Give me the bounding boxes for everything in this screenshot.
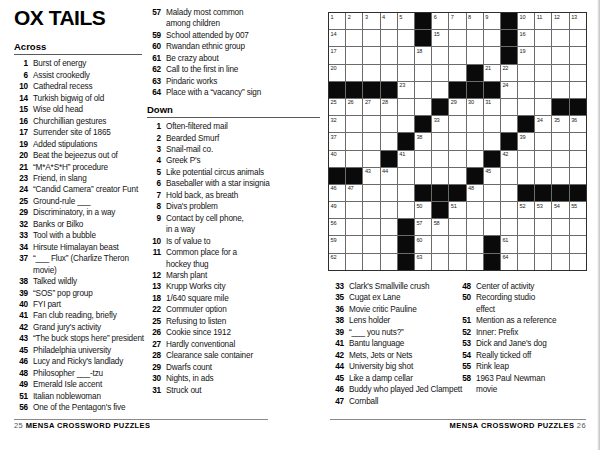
grid-cell[interactable] (501, 185, 517, 201)
grid-cell[interactable] (484, 116, 500, 132)
grid-cell[interactable] (415, 99, 431, 115)
grid-cell[interactable] (381, 116, 397, 132)
grid-cell[interactable]: 47 (346, 185, 362, 201)
grid-cell[interactable] (535, 65, 551, 81)
clue-number: 51 (14, 391, 28, 402)
clue-number: 50 (457, 292, 471, 315)
grid-cell[interactable] (501, 168, 517, 184)
grid-cell[interactable]: 52 (518, 202, 534, 218)
grid-cell[interactable]: 45 (484, 168, 500, 184)
grid-cell[interactable]: 29 (449, 99, 465, 115)
clue-item: 10Is of value to (147, 236, 320, 247)
cell-number: 50 (416, 203, 422, 209)
grid-cell[interactable] (552, 168, 568, 184)
clue-number: 43 (14, 333, 28, 344)
grid-cell[interactable]: 10 (518, 13, 534, 29)
grid-cell[interactable] (484, 30, 500, 46)
grid-cell[interactable]: 56 (329, 219, 345, 235)
clue-text: Inner: Prefix (476, 327, 518, 338)
block-cell (484, 82, 500, 98)
clue-item: 32Banks or Bilko (14, 219, 142, 230)
clue-text: Cookie since 1912 (166, 327, 231, 338)
block-cell (535, 185, 551, 201)
grid-cell[interactable]: 16 (518, 30, 534, 46)
grid-cell[interactable] (467, 254, 483, 270)
clue-number: 60 (147, 41, 161, 52)
grid-cell[interactable] (467, 151, 483, 167)
grid-cell[interactable] (381, 185, 397, 201)
grid-cell[interactable] (346, 133, 362, 149)
grid-cell[interactable] (518, 254, 534, 270)
grid-cell[interactable]: 31 (484, 99, 500, 115)
grid-cell[interactable] (570, 254, 586, 270)
clue-text: 1/640 square mile (166, 293, 229, 304)
grid-cell[interactable] (449, 151, 465, 167)
cell-number: 24 (502, 82, 508, 88)
grid-cell[interactable] (552, 65, 568, 81)
clue-item: 53Dick and Jane's dog (457, 338, 597, 349)
grid-cell[interactable]: 39 (518, 133, 534, 149)
clue-number: 41 (330, 338, 344, 349)
grid-cell[interactable] (398, 185, 414, 201)
grid-cell[interactable] (381, 47, 397, 63)
cell-number: 36 (571, 117, 577, 123)
cell-number: 38 (416, 134, 422, 140)
cell-number: 55 (571, 203, 577, 209)
cell-number: 39 (520, 134, 526, 140)
grid-cell[interactable] (570, 236, 586, 252)
grid-cell[interactable]: 43 (363, 168, 379, 184)
clue-text: “The buck stops here” president (33, 333, 144, 344)
cell-number: 42 (502, 151, 508, 157)
grid-cell[interactable] (484, 133, 500, 149)
grid-cell[interactable] (518, 168, 534, 184)
grid-cell[interactable] (552, 133, 568, 149)
grid-cell[interactable] (432, 47, 448, 63)
clue-item: 23Friend, in slang (14, 173, 142, 184)
grid-cell[interactable] (467, 133, 483, 149)
grid-cell[interactable]: 55 (570, 202, 586, 218)
grid-cell[interactable] (415, 82, 431, 98)
cell-number: 44 (382, 168, 388, 174)
clue-number: 3 (147, 144, 161, 155)
grid-cell[interactable] (346, 65, 362, 81)
grid-cell[interactable] (552, 254, 568, 270)
grid-cell[interactable] (346, 219, 362, 235)
middle-column: 57Malady most common among children59Sch… (147, 7, 320, 396)
grid-cell[interactable]: 15 (432, 30, 448, 46)
clue-number: 15 (14, 104, 28, 115)
cell-number: 32 (331, 117, 337, 123)
clue-item: 45Like a damp cellar (330, 373, 460, 384)
grid-cell[interactable] (518, 65, 534, 81)
cell-number: 48 (468, 185, 474, 191)
grid-cell[interactable]: 63 (415, 254, 431, 270)
grid-cell[interactable]: 9 (484, 13, 500, 29)
grid-cell[interactable]: 58 (432, 219, 448, 235)
grid-cell[interactable] (467, 30, 483, 46)
grid-cell[interactable] (381, 219, 397, 235)
grid-cell[interactable] (467, 47, 483, 63)
grid-cell[interactable] (535, 99, 551, 115)
clue-item: 60Rwandan ethnic group (147, 41, 320, 52)
grid-cell[interactable] (484, 47, 500, 63)
grid-cell[interactable] (570, 219, 586, 235)
grid-cell[interactable] (552, 236, 568, 252)
clue-number: 45 (14, 345, 28, 356)
clue-number: 40 (14, 299, 28, 310)
clue-number: 20 (14, 150, 28, 161)
clue-text: Emerald Isle accent (33, 379, 102, 390)
clue-text: Marsh plant (166, 270, 207, 281)
footer-book-title-right: MENSA CROSSWORD PUZZLES (450, 421, 575, 430)
grid-cell[interactable] (484, 185, 500, 201)
cell-number: 14 (331, 31, 337, 37)
grid-cell[interactable] (432, 168, 448, 184)
footer-rule-right (330, 419, 586, 420)
grid-cell[interactable] (535, 133, 551, 149)
block-cell (346, 82, 362, 98)
grid-cell[interactable]: 40 (329, 151, 345, 167)
grid-cell[interactable] (398, 116, 414, 132)
block-cell (501, 133, 517, 149)
grid-cell[interactable]: 33 (432, 116, 448, 132)
grid-cell[interactable] (449, 133, 465, 149)
grid-cell[interactable] (363, 65, 379, 81)
clue-text: Philosopher ___-tzu (33, 368, 103, 379)
cell-number: 58 (434, 220, 440, 226)
grid-cell[interactable]: 54 (552, 202, 568, 218)
grid-cell[interactable]: 4 (381, 13, 397, 29)
grid-cell[interactable]: 20 (329, 65, 345, 81)
clue-item: 39“___ you nuts?” (330, 327, 460, 338)
clue-text: Movie critic Pauline (349, 304, 417, 315)
grid-cell[interactable] (535, 30, 551, 46)
grid-cell[interactable]: 14 (329, 30, 345, 46)
clue-text: Greek P's (166, 155, 200, 166)
grid-cell[interactable] (535, 236, 551, 252)
clue-text: Struck out (166, 385, 201, 396)
down-clue-list-2: 33Clark's Smallville crush35Cugat ex Lan… (330, 281, 460, 407)
clue-text: Rwandan ethnic group (166, 41, 245, 52)
cell-number: 5 (399, 14, 402, 20)
grid-cell[interactable]: 32 (329, 116, 345, 132)
block-cell (552, 99, 568, 115)
grid-cell[interactable] (415, 65, 431, 81)
grid-cell[interactable] (398, 168, 414, 184)
grid-cell[interactable] (518, 236, 534, 252)
cell-number: 52 (520, 203, 526, 209)
clue-text: University big shot (349, 361, 413, 372)
grid-cell[interactable]: 59 (329, 236, 345, 252)
clue-item: 39“SOS” pop group (14, 288, 142, 299)
grid-cell[interactable] (363, 185, 379, 201)
grid-cell[interactable] (552, 151, 568, 167)
grid-cell[interactable] (432, 254, 448, 270)
clue-text: Cathedral recess (33, 81, 93, 92)
grid-cell[interactable] (398, 65, 414, 81)
grid-cell[interactable] (346, 236, 362, 252)
grid-cell[interactable] (535, 219, 551, 235)
grid-cell[interactable]: 8 (467, 13, 483, 29)
clue-number: 19 (14, 139, 28, 150)
grid-cell[interactable]: 38 (415, 133, 431, 149)
grid-cell[interactable] (552, 219, 568, 235)
grid-cell[interactable]: 60 (415, 236, 431, 252)
grid-cell[interactable] (449, 65, 465, 81)
grid-cell[interactable]: 36 (570, 116, 586, 132)
grid-cell[interactable] (552, 82, 568, 98)
grid-cell[interactable]: 2 (346, 13, 362, 29)
grid-cell[interactable]: 7 (449, 13, 465, 29)
grid-cell[interactable] (432, 82, 448, 98)
clue-item: 8Diva's problem (147, 201, 320, 212)
grid-cell[interactable] (501, 219, 517, 235)
grid-cell[interactable]: 46 (329, 185, 345, 201)
clue-text: Turkish bigwig of old (33, 93, 104, 104)
grid-cell[interactable]: 6 (432, 13, 448, 29)
grid-cell[interactable]: 23 (398, 82, 414, 98)
clue-text: Like a damp cellar (349, 373, 413, 384)
grid-cell[interactable] (363, 236, 379, 252)
grid-cell[interactable] (535, 168, 551, 184)
grid-cell[interactable] (552, 30, 568, 46)
grid-cell[interactable]: 11 (535, 13, 551, 29)
grid-cell[interactable] (484, 219, 500, 235)
clue-item: 33Clark's Smallville crush (330, 281, 460, 292)
clue-item: 42Grand jury's activity (14, 322, 142, 333)
grid-cell[interactable] (381, 236, 397, 252)
cell-number: 13 (571, 14, 577, 20)
grid-cell[interactable]: 61 (501, 236, 517, 252)
grid-cell[interactable]: 42 (501, 151, 517, 167)
clue-item: 41Fan club reading, briefly (14, 310, 142, 321)
grid-cell[interactable] (570, 133, 586, 149)
cell-number: 7 (451, 14, 454, 20)
clue-text: Italian noblewoman (33, 391, 101, 402)
grid-cell[interactable] (467, 219, 483, 235)
grid-cell[interactable]: 51 (449, 202, 465, 218)
right-page-number: 26 (577, 421, 586, 430)
grid-cell[interactable] (346, 47, 362, 63)
cell-number: 3 (365, 14, 368, 20)
grid-cell[interactable] (535, 151, 551, 167)
clue-number: 2 (147, 133, 161, 144)
grid-cell[interactable] (432, 151, 448, 167)
clue-text: Often-filtered mail (166, 121, 228, 132)
grid-cell[interactable]: 57 (415, 219, 431, 235)
grid-cell[interactable]: 49 (329, 202, 345, 218)
grid-cell[interactable] (449, 236, 465, 252)
grid-cell[interactable] (570, 168, 586, 184)
clue-number: 18 (147, 293, 161, 304)
grid-cell[interactable]: 62 (329, 254, 345, 270)
grid-cell[interactable] (346, 202, 362, 218)
grid-cell[interactable] (432, 236, 448, 252)
grid-cell[interactable] (570, 151, 586, 167)
grid-cell[interactable] (570, 47, 586, 63)
clue-item: 59School attended by 007 (147, 30, 320, 41)
grid-cell[interactable] (467, 236, 483, 252)
grid-cell[interactable]: 12 (552, 13, 568, 29)
grid-cell[interactable] (363, 47, 379, 63)
grid-cell[interactable]: 53 (535, 202, 551, 218)
grid-cell[interactable]: 27 (363, 99, 379, 115)
crossword-book-spread: OX TAILS Across 1Burst of energy6Assist … (0, 0, 600, 450)
clue-text: Grand jury's activity (33, 322, 101, 333)
grid-cell[interactable] (432, 65, 448, 81)
clue-number: 27 (147, 339, 161, 350)
grid-cell[interactable]: 21 (484, 65, 500, 81)
grid-cell[interactable] (346, 254, 362, 270)
clue-number: 61 (147, 53, 161, 64)
clue-number: 14 (14, 93, 28, 104)
clue-text: FYI part (33, 299, 61, 310)
grid-cell[interactable] (346, 30, 362, 46)
clue-text: Surrender site of 1865 (33, 127, 111, 138)
grid-cell[interactable] (363, 30, 379, 46)
grid-cell[interactable] (363, 133, 379, 149)
grid-cell[interactable] (381, 254, 397, 270)
grid-cell[interactable] (570, 82, 586, 98)
clue-item: 52Inner: Prefix (457, 327, 597, 338)
grid-cell[interactable]: 30 (467, 99, 483, 115)
clue-number: 22 (147, 304, 161, 315)
grid-cell[interactable] (449, 116, 465, 132)
clue-number: 25 (14, 196, 28, 207)
grid-cell[interactable]: 37 (329, 133, 345, 149)
grid-cell[interactable]: 24 (501, 82, 517, 98)
grid-cell[interactable]: 48 (467, 185, 483, 201)
clue-number: 46 (14, 356, 28, 367)
clue-number: 4 (147, 155, 161, 166)
clue-item: 38Lens holder (330, 315, 460, 326)
cell-number: 63 (416, 254, 422, 260)
clue-number: 63 (147, 76, 161, 87)
grid-cell[interactable] (398, 47, 414, 63)
clue-item: 7Hold back, as breath (147, 190, 320, 201)
grid-cell[interactable]: 25 (329, 99, 345, 115)
grid-cell[interactable]: 50 (415, 202, 431, 218)
cell-number: 28 (382, 99, 388, 105)
grid-cell[interactable]: 35 (552, 116, 568, 132)
grid-cell[interactable] (398, 99, 414, 115)
grid-cell[interactable] (535, 82, 551, 98)
cell-number: 57 (416, 220, 422, 226)
grid-cell[interactable] (381, 133, 397, 149)
grid-cell[interactable] (501, 202, 517, 218)
grid-cell[interactable] (346, 151, 362, 167)
grid-cell[interactable]: 26 (346, 99, 362, 115)
clue-text: Really ticked off (476, 350, 531, 361)
grid-cell[interactable] (346, 116, 362, 132)
grid-cell[interactable] (501, 116, 517, 132)
clue-number: 56 (14, 402, 28, 413)
clue-text: Like potential circus animals (166, 167, 264, 178)
grid-cell[interactable]: 18 (415, 47, 431, 63)
grid-cell[interactable] (363, 219, 379, 235)
clue-text: Refusing to listen (166, 316, 226, 327)
grid-cell[interactable] (398, 30, 414, 46)
grid-cell[interactable] (363, 116, 379, 132)
grid-cell[interactable]: 28 (381, 99, 397, 115)
grid-cell[interactable] (449, 168, 465, 184)
left-page-number: 25 (14, 421, 23, 430)
grid-cell[interactable] (552, 47, 568, 63)
block-cell (329, 168, 345, 184)
grid-cell[interactable]: 22 (501, 65, 517, 81)
clue-number: 45 (330, 373, 344, 384)
grid-cell[interactable] (381, 65, 397, 81)
grid-cell[interactable] (484, 202, 500, 218)
grid-cell[interactable] (518, 99, 534, 115)
cell-number: 62 (331, 254, 337, 260)
cell-number: 59 (331, 237, 337, 243)
footer-book-title-left: MENSA CROSSWORD PUZZLES (26, 421, 151, 430)
grid-cell[interactable] (381, 202, 397, 218)
grid-cell[interactable]: 1 (329, 13, 345, 29)
grid-cell[interactable] (570, 30, 586, 46)
clue-item: 38Talked wildly (14, 276, 142, 287)
grid-cell[interactable]: 64 (501, 254, 517, 270)
grid-cell[interactable] (415, 151, 431, 167)
cell-number: 25 (331, 99, 337, 105)
clue-number: 48 (457, 281, 471, 292)
grid-cell[interactable]: 19 (518, 47, 534, 63)
grid-cell[interactable] (518, 219, 534, 235)
clue-item: 19Added stipulations (14, 139, 142, 150)
grid-cell[interactable] (467, 202, 483, 218)
clue-item: 33Tool with a bubble (14, 230, 142, 241)
grid-cell[interactable] (449, 254, 465, 270)
grid-cell[interactable] (415, 168, 431, 184)
grid-cell[interactable]: 5 (398, 13, 414, 29)
grid-cell[interactable] (449, 47, 465, 63)
grid-cell[interactable]: 17 (329, 47, 345, 63)
grid-cell[interactable]: 34 (535, 116, 551, 132)
cell-number: 60 (416, 237, 422, 243)
grid-cell[interactable] (363, 202, 379, 218)
grid-cell[interactable] (518, 82, 534, 98)
grid-cell[interactable]: 44 (381, 168, 397, 184)
grid-cell[interactable] (432, 133, 448, 149)
clue-item: 29Discriminatory, in a way (14, 207, 142, 218)
grid-cell[interactable] (501, 99, 517, 115)
crossword-grid: 1234567891011121314151617181920212223242… (328, 12, 587, 271)
clue-number: 37 (14, 253, 28, 276)
clue-item: 57Malady most common among children (147, 7, 320, 30)
clue-item: 9Contact by cell phone, in a way (147, 213, 320, 236)
grid-cell[interactable]: 13 (570, 13, 586, 29)
grid-cell[interactable] (535, 254, 551, 270)
clue-item: 62Call to the first in line (147, 64, 320, 75)
clue-number: 48 (14, 368, 28, 379)
grid-cell[interactable] (570, 65, 586, 81)
grid-cell[interactable] (449, 30, 465, 46)
clue-number: 1 (147, 121, 161, 132)
grid-cell[interactable] (381, 30, 397, 46)
clue-text: Churchillian gestures (33, 116, 106, 127)
grid-cell[interactable] (518, 151, 534, 167)
grid-cell[interactable] (449, 219, 465, 235)
grid-cell[interactable]: 3 (363, 13, 379, 29)
grid-cell[interactable] (535, 47, 551, 63)
grid-cell[interactable] (467, 116, 483, 132)
grid-cell[interactable] (398, 202, 414, 218)
grid-cell[interactable]: 41 (398, 151, 414, 167)
grid-cell[interactable] (363, 254, 379, 270)
grid-cell[interactable] (363, 151, 379, 167)
